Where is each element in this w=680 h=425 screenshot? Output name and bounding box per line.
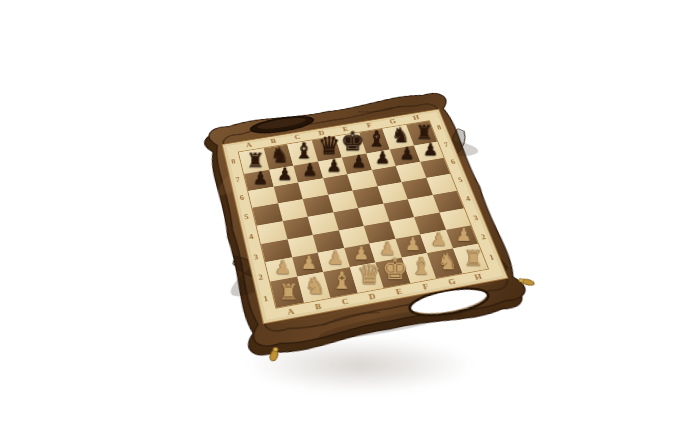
piece-white-pawn[interactable]: ♟: [274, 259, 291, 277]
piece-black-pawn[interactable]: ♟: [302, 161, 318, 178]
piece-white-bishop[interactable]: ♝: [332, 269, 354, 293]
piece-white-rook[interactable]: ♜: [464, 247, 484, 268]
piece-white-king[interactable]: ♚: [382, 254, 409, 283]
piece-black-king[interactable]: ♚: [341, 127, 365, 154]
square-d1[interactable]: ♛: [349, 262, 383, 292]
square-h4[interactable]: [432, 191, 463, 213]
piece-white-pawn[interactable]: ♟: [405, 235, 422, 253]
piece-white-pawn[interactable]: ♟: [430, 231, 447, 249]
piece-black-pawn[interactable]: ♟: [277, 165, 293, 182]
piece-white-knight[interactable]: ♞: [437, 251, 458, 274]
piece-black-queen[interactable]: ♛: [317, 133, 340, 158]
piece-white-bishop[interactable]: ♝: [411, 255, 433, 279]
piece-white-pawn[interactable]: ♟: [456, 226, 472, 244]
chess-case: ABCDEFGH ABCDEFGH 87654321 87654321 ♜♞♝♛…: [173, 75, 570, 374]
piece-black-pawn[interactable]: ♟: [423, 141, 438, 158]
piece-white-pawn[interactable]: ♟: [301, 254, 318, 272]
piece-white-pawn[interactable]: ♟: [327, 249, 344, 267]
piece-black-pawn[interactable]: ♟: [399, 145, 414, 162]
piece-black-pawn[interactable]: ♟: [350, 153, 366, 170]
piece-black-pawn[interactable]: ♟: [252, 170, 268, 187]
square-b1[interactable]: ♞: [297, 272, 331, 303]
piece-black-pawn[interactable]: ♟: [375, 149, 391, 166]
square-b5[interactable]: [278, 199, 308, 221]
piece-black-pawn[interactable]: ♟: [326, 157, 342, 174]
piece-white-knight[interactable]: ♞: [305, 275, 326, 298]
square-a1[interactable]: ♜: [270, 277, 303, 308]
piece-white-rook[interactable]: ♜: [279, 281, 299, 303]
piece-white-queen[interactable]: ♛: [357, 261, 382, 288]
square-c1[interactable]: ♝: [323, 267, 357, 298]
product-photo-scene: ABCDEFGH ABCDEFGH 87654321 87654321 ♜♞♝♛…: [0, 0, 680, 425]
